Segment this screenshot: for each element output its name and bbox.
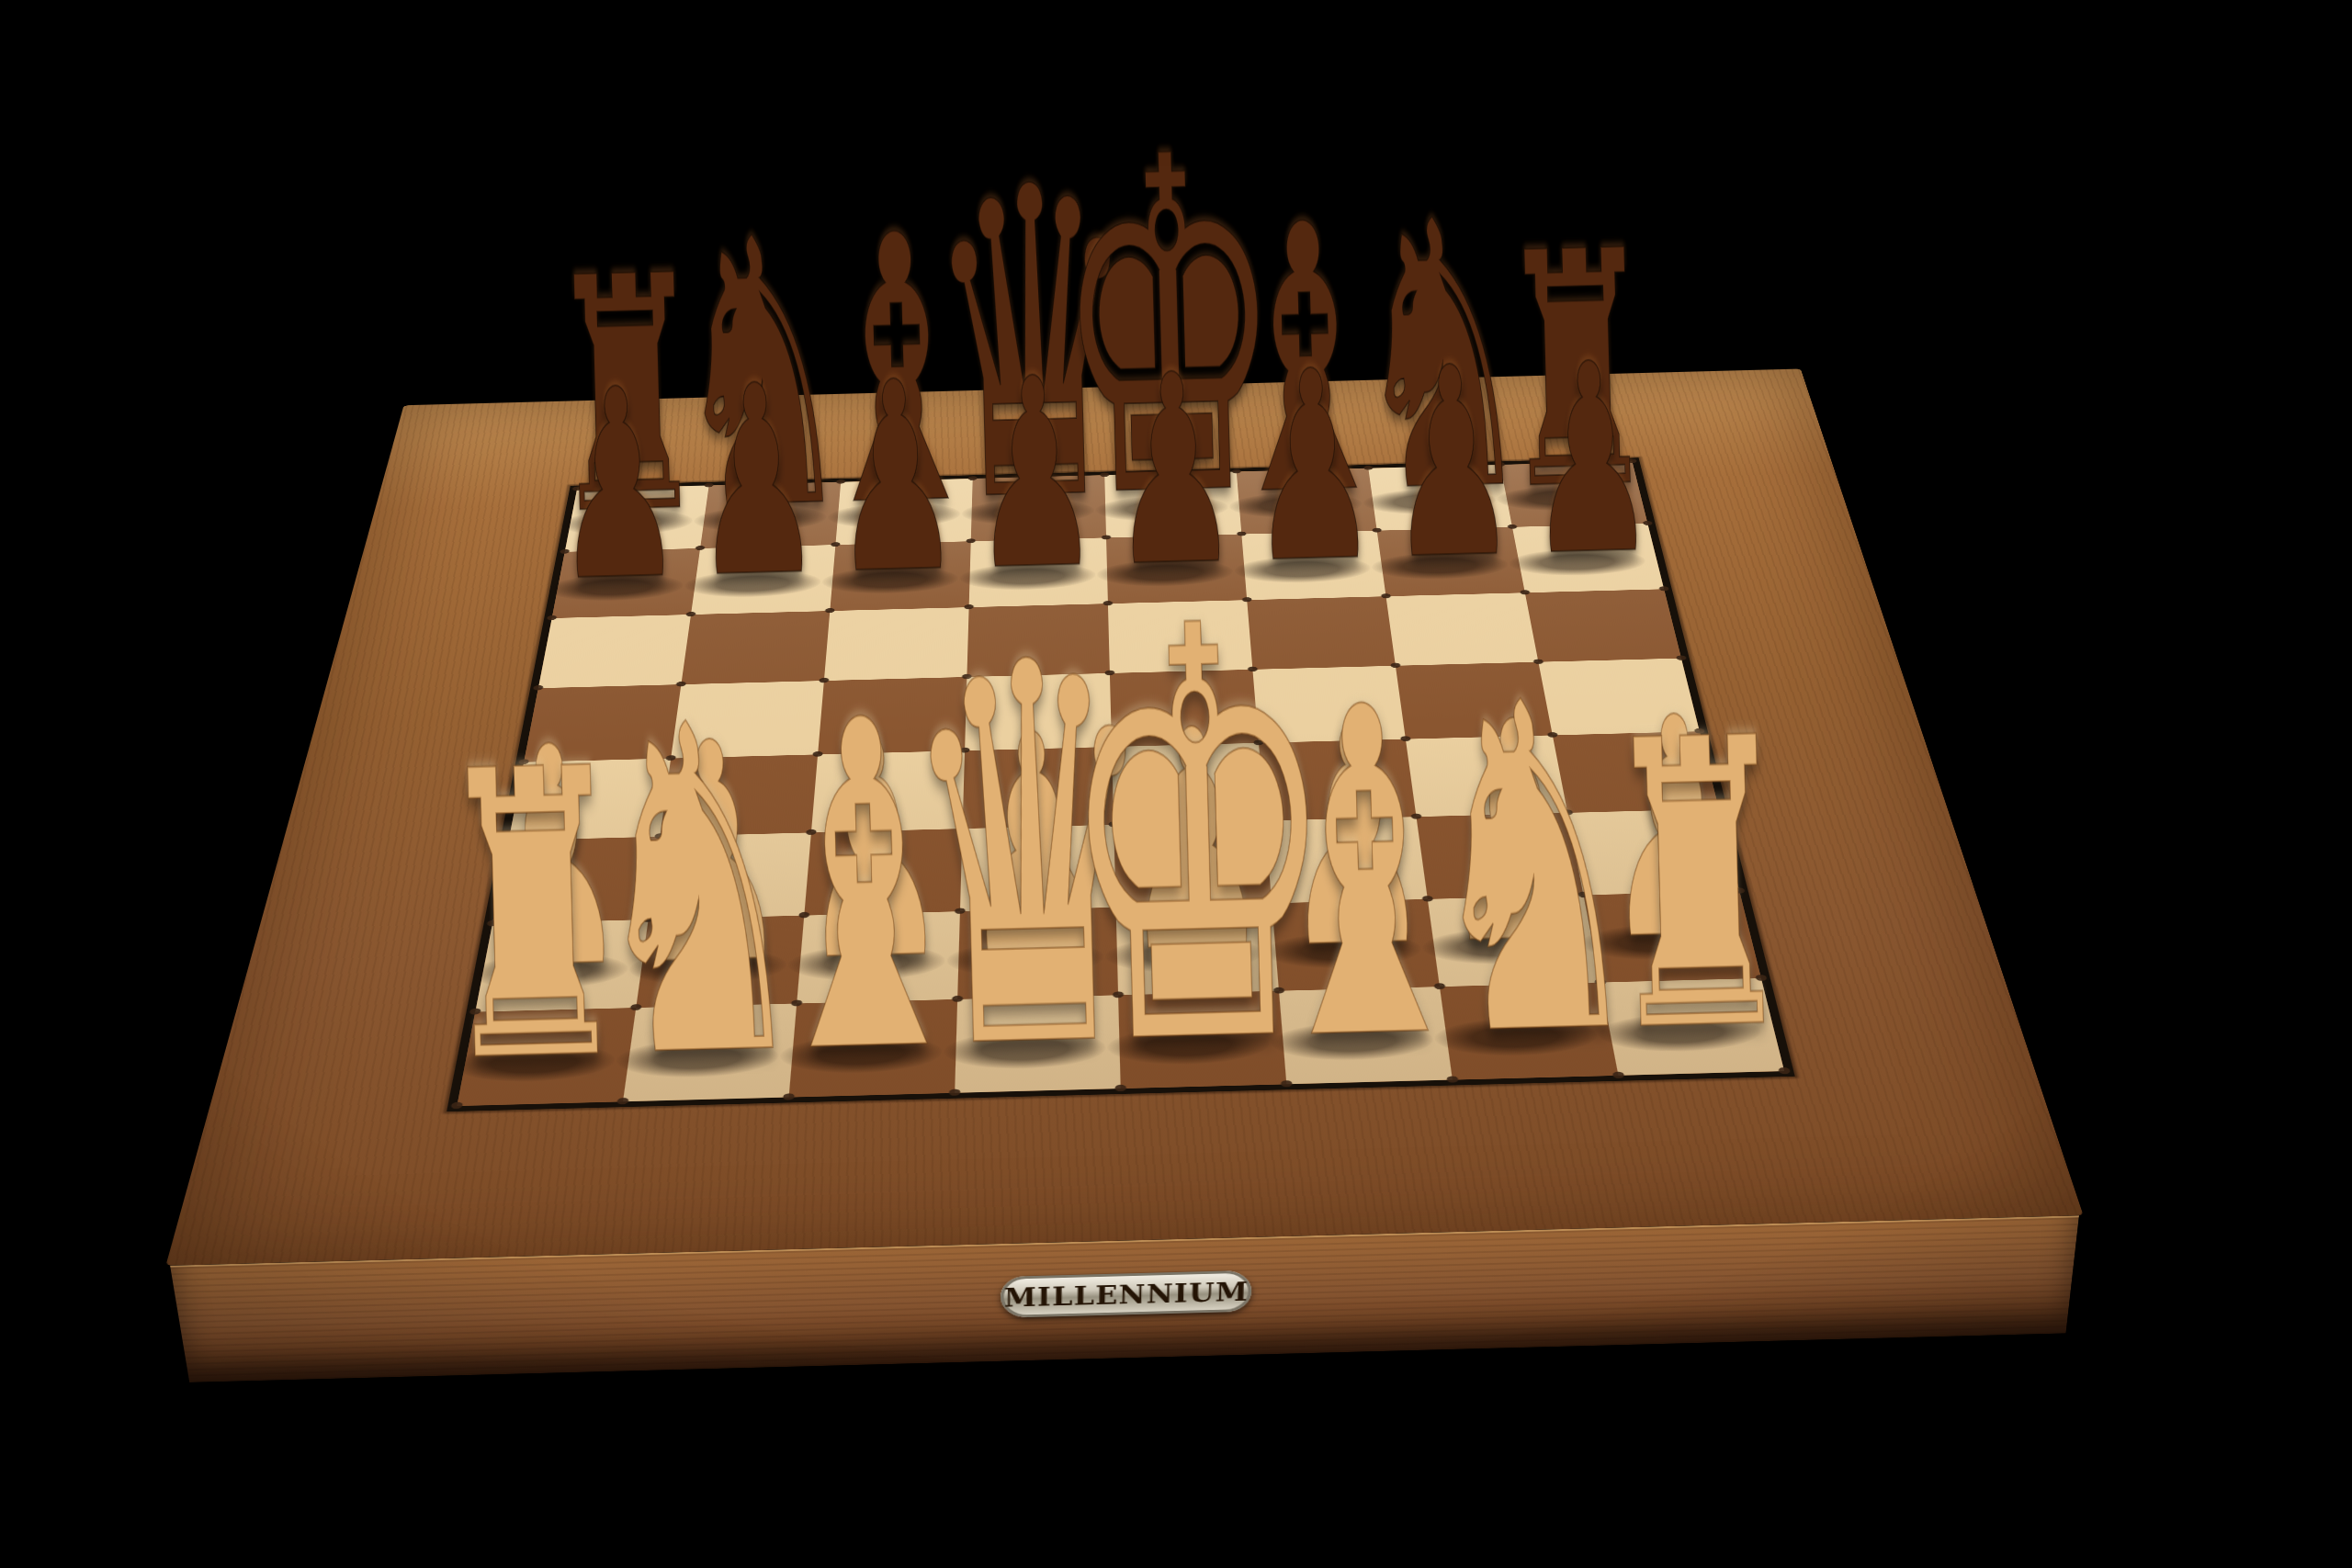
perspective-wrapper: ♜♞♝♛♚♝♞♜♟♟♟♟♟♟♟♟♟♟♟♟♟♟♟♟♜♞♝♛♚♝♞♜ MILLENN…: [282, 0, 1940, 1568]
white-king-glyph: ♚: [1051, 551, 1345, 1125]
piece-white-knight-g1[interactable]: ♞: [1440, 983, 1619, 1080]
piece-black-pawn-g7[interactable]: ♟: [1377, 527, 1525, 596]
corner-dot: [685, 612, 695, 616]
corner-dot: [825, 608, 835, 613]
corner-dot: [1381, 593, 1391, 598]
black-pawn-glyph: ♟: [689, 351, 824, 615]
piece-black-pawn-b7[interactable]: ♟: [691, 545, 835, 615]
corner-dot: [1520, 590, 1530, 594]
brand-logo-text: MILLENNIUM: [1003, 1276, 1249, 1312]
white-knight-glyph: ♞: [1416, 643, 1650, 1100]
black-pawn-glyph: ♟: [1385, 333, 1520, 596]
black-pawn-glyph: ♟: [1523, 329, 1658, 592]
board-photo-stage: ♜♞♝♛♚♝♞♜♟♟♟♟♟♟♟♟♟♟♟♟♟♟♟♟♜♞♝♛♚♝♞♜ MILLENN…: [0, 0, 2352, 1568]
brand-plate: MILLENNIUM: [1000, 1270, 1251, 1318]
chess-board: ♜♞♝♛♚♝♞♜♟♟♟♟♟♟♟♟♟♟♟♟♟♟♟♟♜♞♝♛♚♝♞♜ MILLENN…: [165, 369, 2083, 1266]
black-pawn-glyph: ♟: [550, 354, 685, 617]
piece-black-pawn-h7[interactable]: ♟: [1512, 524, 1664, 592]
play-area: ♜♞♝♛♚♝♞♜♟♟♟♟♟♟♟♟♟♟♟♟♟♟♟♟♜♞♝♛♚♝♞♜: [457, 461, 1784, 1106]
piece-white-king-e1[interactable]: ♚: [1118, 991, 1286, 1089]
pieces-layer: ♜♞♝♛♚♝♞♜♟♟♟♟♟♟♟♟♟♟♟♟♟♟♟♟♜♞♝♛♚♝♞♜: [457, 461, 1784, 1106]
corner-dot: [547, 615, 557, 620]
piece-black-pawn-a7[interactable]: ♟: [552, 548, 700, 618]
board-scene: ♜♞♝♛♚♝♞♜♟♟♟♟♟♟♟♟♟♟♟♟♟♟♟♟♜♞♝♛♚♝♞♜ MILLENN…: [282, 0, 1940, 1568]
